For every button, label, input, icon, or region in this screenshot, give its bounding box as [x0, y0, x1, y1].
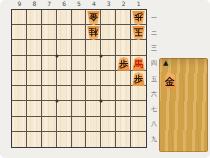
square-5七[interactable]	[72, 101, 87, 116]
square-9九[interactable]	[12, 132, 27, 147]
square-6七[interactable]	[57, 101, 72, 116]
file-label-6: 6	[62, 0, 66, 8]
square-9二[interactable]	[12, 25, 27, 40]
square-5八[interactable]	[72, 117, 87, 132]
square-4六[interactable]	[86, 86, 101, 101]
square-9三[interactable]	[12, 40, 27, 55]
square-3三[interactable]	[101, 40, 116, 55]
square-9一[interactable]	[12, 10, 27, 25]
piece-kanji: 玉	[132, 27, 145, 38]
rank-label-2: 二	[150, 30, 158, 36]
square-8三[interactable]	[27, 40, 42, 55]
square-6六[interactable]	[57, 86, 72, 101]
square-2八[interactable]	[116, 117, 131, 132]
square-8四[interactable]	[27, 56, 42, 71]
square-4五[interactable]	[86, 71, 101, 86]
sente-marker: ▲	[163, 59, 168, 68]
square-6五[interactable]	[57, 71, 72, 86]
square-5一[interactable]	[72, 10, 87, 25]
square-6八[interactable]	[57, 117, 72, 132]
square-5五[interactable]	[72, 71, 87, 86]
piece-kanji: 金	[163, 76, 177, 88]
square-7三[interactable]	[42, 40, 57, 55]
file-label-1: 1	[137, 0, 141, 8]
rank-label-3: 三	[150, 45, 158, 51]
square-3八[interactable]	[101, 117, 116, 132]
square-6一[interactable]	[57, 10, 72, 25]
square-7八[interactable]	[42, 117, 57, 132]
square-5四[interactable]	[72, 56, 87, 71]
square-5九[interactable]	[72, 132, 87, 147]
tsume-diagram: 金歩桂玉歩馬歩 ▲ 金 987654321一二三四五六七八九	[0, 0, 210, 158]
square-3二[interactable]	[101, 25, 116, 40]
square-7四[interactable]	[42, 56, 57, 71]
hand-piece-金[interactable]: 金	[163, 73, 177, 89]
square-2七[interactable]	[116, 101, 131, 116]
square-7二[interactable]	[42, 25, 57, 40]
square-3九[interactable]	[101, 132, 116, 147]
square-7六[interactable]	[42, 86, 57, 101]
piece-kanji: 歩	[132, 12, 145, 23]
square-1三[interactable]	[131, 40, 146, 55]
hoshi-dot	[100, 54, 103, 57]
square-7九[interactable]	[42, 132, 57, 147]
rank-label-4: 四	[150, 60, 158, 66]
square-5六[interactable]	[72, 86, 87, 101]
file-label-4: 4	[92, 0, 96, 8]
square-9七[interactable]	[12, 101, 27, 116]
rank-label-6: 六	[150, 91, 158, 97]
hoshi-dot	[55, 100, 58, 103]
square-4三[interactable]	[86, 40, 101, 55]
file-label-9: 9	[18, 0, 22, 8]
square-9六[interactable]	[12, 86, 27, 101]
square-5三[interactable]	[72, 40, 87, 55]
shogi-board: 金歩桂玉歩馬歩	[11, 9, 147, 148]
rank-label-1: 一	[150, 15, 158, 21]
hoshi-dot	[100, 100, 103, 103]
square-6三[interactable]	[57, 40, 72, 55]
square-2六[interactable]	[116, 86, 131, 101]
square-2五[interactable]	[116, 71, 131, 86]
square-8二[interactable]	[27, 25, 42, 40]
square-3六[interactable]	[101, 86, 116, 101]
square-8五[interactable]	[27, 71, 42, 86]
komadai-sente: ▲ 金	[159, 58, 208, 152]
square-3一[interactable]	[101, 10, 116, 25]
rank-label-9: 九	[150, 136, 158, 142]
square-9四[interactable]	[12, 56, 27, 71]
piece-kanji: 歩	[117, 59, 130, 70]
file-label-7: 7	[47, 0, 51, 8]
file-label-5: 5	[77, 0, 81, 8]
piece-kanji: 歩	[132, 74, 145, 85]
square-1八[interactable]	[131, 117, 146, 132]
hoshi-dot	[55, 54, 58, 57]
square-1六[interactable]	[131, 86, 146, 101]
square-5二[interactable]	[72, 25, 87, 40]
square-1九[interactable]	[131, 132, 146, 147]
file-label-3: 3	[107, 0, 111, 8]
piece-kanji: 馬	[132, 59, 145, 70]
square-6九[interactable]	[57, 132, 72, 147]
file-label-2: 2	[122, 0, 126, 8]
square-2三[interactable]	[116, 40, 131, 55]
square-2二[interactable]	[116, 25, 131, 40]
square-4九[interactable]	[86, 132, 101, 147]
square-8九[interactable]	[27, 132, 42, 147]
square-4七[interactable]	[86, 101, 101, 116]
square-7七[interactable]	[42, 101, 57, 116]
rank-label-5: 五	[150, 76, 158, 82]
square-8六[interactable]	[27, 86, 42, 101]
square-9八[interactable]	[12, 117, 27, 132]
file-label-8: 8	[32, 0, 36, 8]
square-3七[interactable]	[101, 101, 116, 116]
square-4八[interactable]	[86, 117, 101, 132]
square-3五[interactable]	[101, 71, 116, 86]
square-8七[interactable]	[27, 101, 42, 116]
square-2一[interactable]	[116, 10, 131, 25]
square-8八[interactable]	[27, 117, 42, 132]
rank-label-8: 八	[150, 121, 158, 127]
rank-label-7: 七	[150, 106, 158, 112]
square-8一[interactable]	[27, 10, 42, 25]
square-6二[interactable]	[57, 25, 72, 40]
square-4四[interactable]	[86, 56, 101, 71]
square-6四[interactable]	[57, 56, 72, 71]
square-9五[interactable]	[12, 71, 27, 86]
square-2九[interactable]	[116, 132, 131, 147]
square-7五[interactable]	[42, 71, 57, 86]
square-3四[interactable]	[101, 56, 116, 71]
square-7一[interactable]	[42, 10, 57, 25]
square-1七[interactable]	[131, 101, 146, 116]
